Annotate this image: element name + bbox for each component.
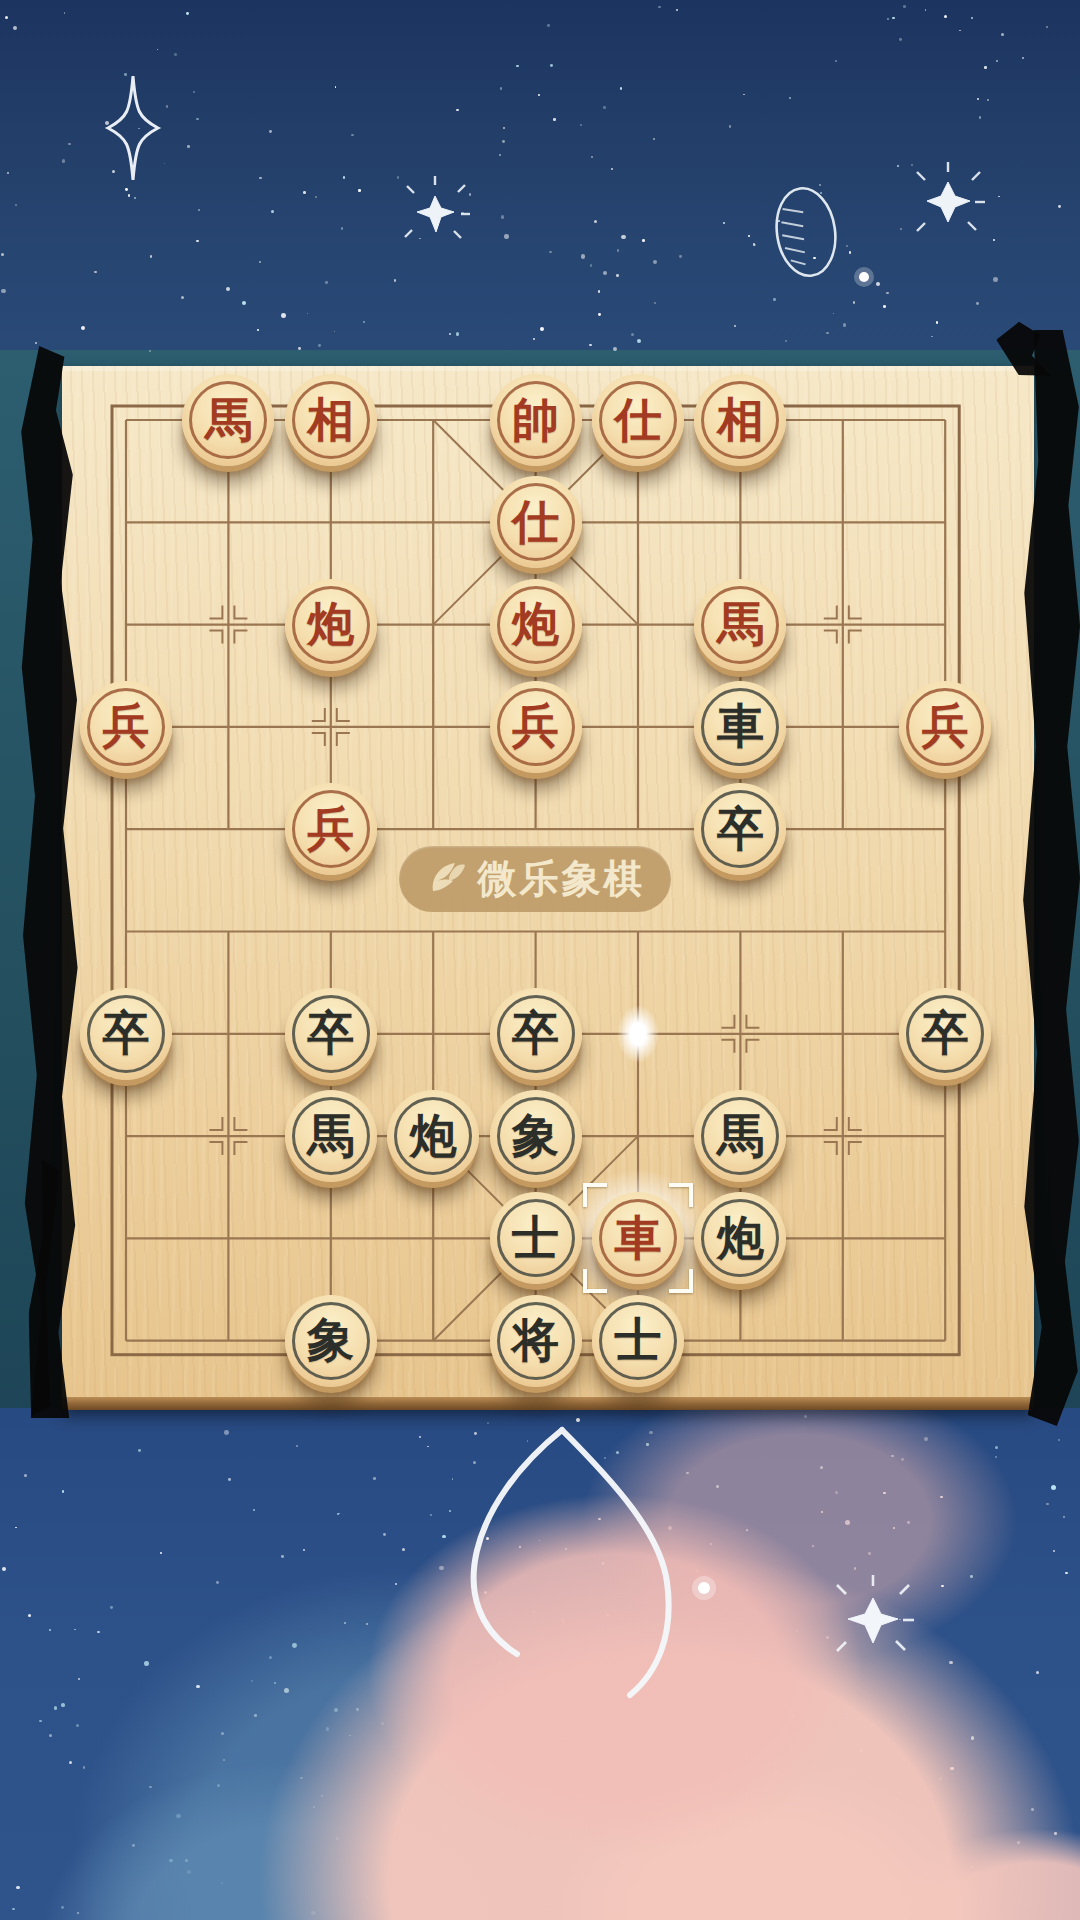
piece-black-advisor[interactable]: 士 (490, 1192, 582, 1284)
piece-black-advisor[interactable]: 士 (592, 1295, 684, 1387)
piece-black-cannon[interactable]: 炮 (387, 1090, 479, 1182)
piece-black-general[interactable]: 将 (490, 1295, 582, 1387)
pieces-layer: 馬相帥仕相仕炮炮馬兵兵車兵兵卒卒卒卒卒馬炮象馬士車炮象将士 (0, 0, 1080, 1920)
piece-red-elephant[interactable]: 相 (694, 374, 786, 466)
piece-red-elephant[interactable]: 相 (285, 374, 377, 466)
piece-red-general[interactable]: 帥 (490, 374, 582, 466)
piece-black-elephant[interactable]: 象 (285, 1295, 377, 1387)
game-screen: 微乐象棋 馬相帥仕相仕炮炮馬兵兵車兵兵卒卒卒卒卒馬炮象馬士車炮象将士 (0, 0, 1080, 1920)
piece-red-advisor[interactable]: 仕 (490, 476, 582, 568)
move-origin-marker (617, 1005, 659, 1063)
piece-black-soldier[interactable]: 卒 (694, 783, 786, 875)
piece-red-soldier[interactable]: 兵 (490, 681, 582, 773)
piece-red-soldier[interactable]: 兵 (285, 783, 377, 875)
piece-black-elephant[interactable]: 象 (490, 1090, 582, 1182)
piece-black-horse[interactable]: 馬 (285, 1090, 377, 1182)
piece-red-cannon[interactable]: 炮 (285, 579, 377, 671)
selection-brackets (583, 1183, 693, 1293)
piece-black-soldier[interactable]: 卒 (899, 988, 991, 1080)
piece-red-horse[interactable]: 馬 (694, 579, 786, 671)
piece-black-soldier[interactable]: 卒 (490, 988, 582, 1080)
piece-black-horse[interactable]: 馬 (694, 1090, 786, 1182)
piece-black-soldier[interactable]: 卒 (285, 988, 377, 1080)
piece-black-soldier[interactable]: 卒 (80, 988, 172, 1080)
piece-red-horse[interactable]: 馬 (182, 374, 274, 466)
piece-red-advisor[interactable]: 仕 (592, 374, 684, 466)
piece-red-soldier[interactable]: 兵 (899, 681, 991, 773)
piece-red-soldier[interactable]: 兵 (80, 681, 172, 773)
piece-red-cannon[interactable]: 炮 (490, 579, 582, 671)
piece-black-chariot[interactable]: 車 (694, 681, 786, 773)
piece-black-cannon[interactable]: 炮 (694, 1192, 786, 1284)
